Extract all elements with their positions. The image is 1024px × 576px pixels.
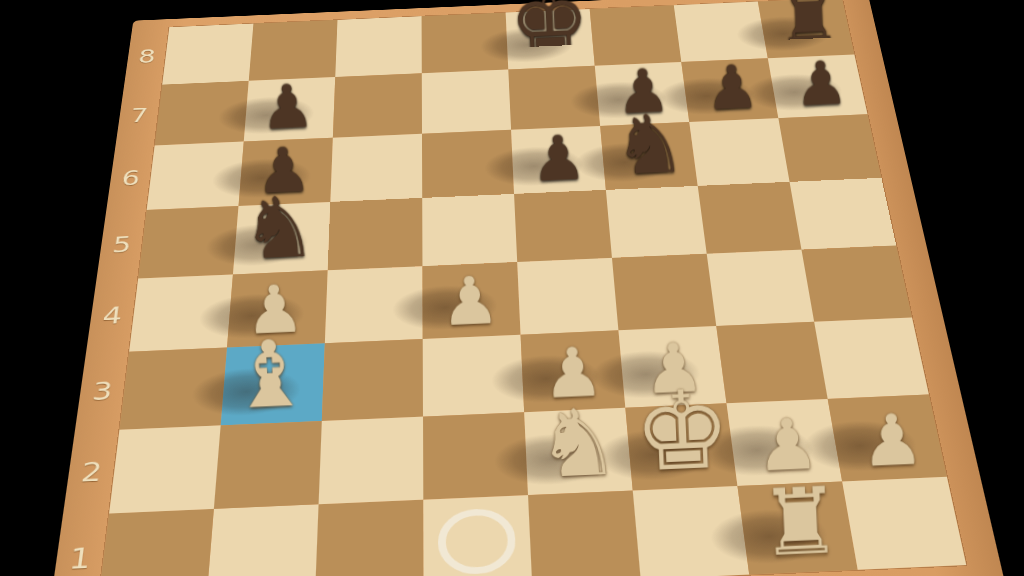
- square-f1[interactable]: [633, 486, 749, 576]
- piece-black-rook-h8[interactable]: ♜: [764, 0, 853, 55]
- square-a5[interactable]: [138, 206, 238, 279]
- square-d1[interactable]: [423, 495, 532, 576]
- square-e5[interactable]: [514, 190, 612, 262]
- piece-black-pawn-e6[interactable]: ♟: [511, 127, 605, 190]
- square-f4[interactable]: [612, 254, 716, 331]
- piece-white-pawn-h2[interactable]: ♟: [838, 405, 945, 476]
- square-f2[interactable]: ♚: [625, 403, 737, 490]
- chess-board: ♚♜♟♟♟♟♟♟♞♞♟♟♝♟♟♞♚♟♟♜: [98, 0, 966, 576]
- move-origin-ring: [438, 508, 516, 575]
- square-e4[interactable]: [517, 258, 618, 335]
- square-h3[interactable]: [814, 318, 929, 399]
- square-e8[interactable]: ♚: [506, 9, 595, 70]
- square-a1[interactable]: [98, 509, 214, 576]
- piece-white-bishop-b3[interactable]: ♝: [217, 329, 322, 420]
- square-e1[interactable]: [528, 491, 641, 576]
- square-d4[interactable]: ♟: [422, 262, 520, 339]
- square-g1[interactable]: ♜: [737, 481, 857, 574]
- square-g3[interactable]: [716, 322, 827, 403]
- piece-white-knight-e2[interactable]: ♞: [524, 398, 632, 490]
- square-b5[interactable]: ♞: [233, 202, 330, 275]
- square-d7[interactable]: [422, 70, 511, 134]
- piece-black-king-e8[interactable]: ♚: [504, 0, 594, 66]
- square-e2[interactable]: ♞: [524, 408, 633, 495]
- square-a2[interactable]: [109, 425, 221, 513]
- square-e6[interactable]: ♟: [511, 126, 606, 194]
- square-c3[interactable]: [322, 339, 423, 421]
- square-f5[interactable]: [606, 186, 707, 258]
- square-b2[interactable]: [214, 421, 322, 509]
- chess-app-scene: 87654321 ♚♜♟♟♟♟♟♟♞♞♟♟♝♟♟♞♚♟♟♜: [0, 0, 1024, 576]
- square-g6[interactable]: [689, 118, 789, 186]
- piece-black-pawn-g7[interactable]: ♟: [686, 58, 777, 119]
- square-c2[interactable]: [319, 417, 424, 505]
- square-h7[interactable]: ♟: [768, 54, 868, 118]
- square-c1[interactable]: [315, 500, 424, 576]
- square-c6[interactable]: [330, 134, 422, 202]
- square-h2[interactable]: ♟: [828, 394, 947, 481]
- square-h5[interactable]: [790, 178, 897, 250]
- piece-black-knight-f6[interactable]: ♞: [602, 105, 697, 186]
- piece-black-knight-b5[interactable]: ♞: [230, 187, 328, 271]
- square-f6[interactable]: ♞: [600, 122, 698, 190]
- square-g4[interactable]: [707, 250, 814, 326]
- square-c8[interactable]: [335, 16, 422, 77]
- square-d3[interactable]: [423, 335, 524, 417]
- piece-white-pawn-d4[interactable]: ♟: [420, 268, 520, 335]
- board-perspective-layer: 87654321 ♚♜♟♟♟♟♟♟♞♞♟♟♝♟♟♞♚♟♟♜: [0, 0, 1024, 576]
- piece-black-pawn-h7[interactable]: ♟: [775, 54, 866, 115]
- square-b7[interactable]: ♟: [244, 77, 335, 141]
- square-g7[interactable]: ♟: [681, 58, 778, 122]
- rank-label-1: 1: [50, 513, 109, 576]
- chess-board-frame: 87654321 ♚♜♟♟♟♟♟♟♞♞♟♟♝♟♟♞♚♟♟♜: [47, 0, 1006, 576]
- piece-white-rook-g1[interactable]: ♜: [745, 478, 857, 569]
- square-h1[interactable]: [842, 477, 966, 570]
- square-c7[interactable]: [333, 73, 422, 137]
- square-b1[interactable]: [207, 504, 319, 576]
- piece-white-king-f2[interactable]: ♚: [628, 378, 737, 485]
- square-h4[interactable]: [801, 245, 912, 321]
- square-d5[interactable]: [422, 194, 517, 266]
- square-h6[interactable]: [778, 114, 881, 182]
- square-g5[interactable]: [698, 182, 802, 254]
- square-b3[interactable]: ♝: [221, 343, 325, 425]
- square-a8[interactable]: [162, 24, 253, 85]
- square-c5[interactable]: [328, 198, 423, 270]
- piece-black-pawn-b7[interactable]: ♟: [242, 77, 333, 138]
